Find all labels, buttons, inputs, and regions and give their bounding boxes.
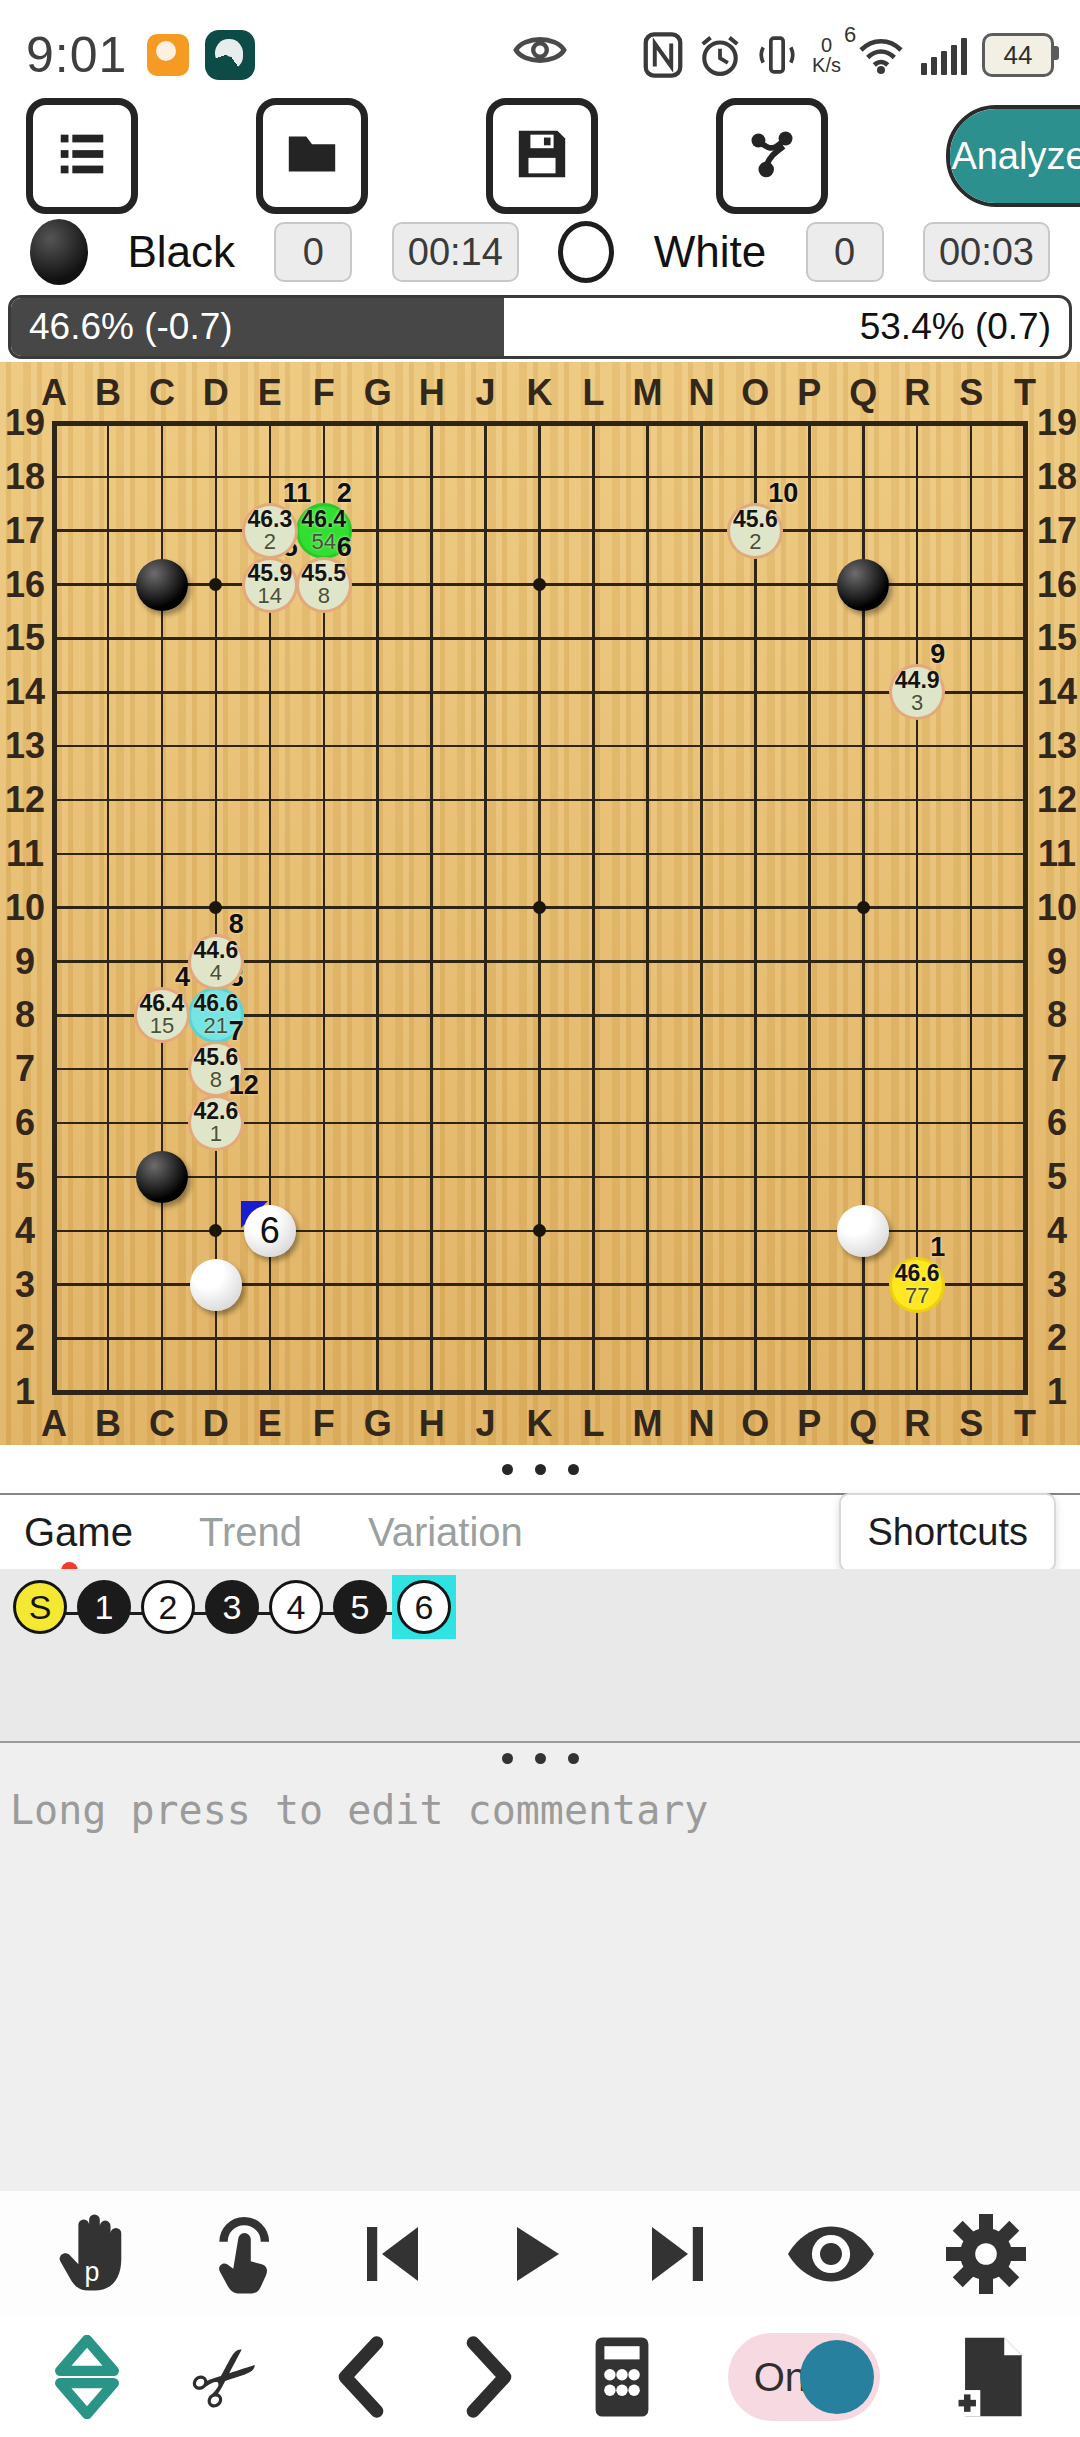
board-col-label: S — [959, 372, 983, 414]
board-row-label: 10 — [1037, 887, 1077, 929]
board-row-label: 17 — [5, 510, 45, 552]
board-col-label: E — [258, 372, 282, 414]
black-clock: 00:14 — [392, 222, 519, 282]
board-col-label: P — [797, 1403, 821, 1445]
signal-icon — [921, 35, 967, 75]
move-chip-1[interactable]: 1 — [72, 1575, 136, 1639]
next-move-button[interactable] — [461, 2335, 517, 2419]
move-chip-circle: S — [13, 1580, 67, 1634]
shortcuts-button[interactable]: Shortcuts — [839, 1493, 1056, 1572]
board-row-label: 2 — [15, 1317, 35, 1359]
ai-on-toggle[interactable]: On — [728, 2333, 880, 2421]
move-chip-circle: 2 — [141, 1580, 195, 1634]
board-row-label: 2 — [1047, 1317, 1067, 1359]
star-point — [533, 901, 546, 914]
handle-dot — [568, 1753, 579, 1764]
candidate-move-D9[interactable]: 44.648 — [188, 934, 244, 990]
black-captures: 0 — [274, 222, 352, 282]
skip-to-end-button[interactable] — [643, 2218, 715, 2290]
board-row-label: 6 — [1047, 1102, 1067, 1144]
board-col-label: P — [797, 372, 821, 414]
board-row-label: 14 — [5, 671, 45, 713]
move-chip-circle: 1 — [77, 1580, 131, 1634]
candidate-move-D6[interactable]: 42.6112 — [188, 1095, 244, 1151]
candidate-move-R3[interactable]: 46.6771 — [889, 1257, 945, 1313]
mode-analyze[interactable]: Analyze — [950, 109, 1080, 203]
grid-line — [52, 745, 1028, 748]
expand-collapse-button[interactable] — [54, 2335, 120, 2419]
board-row-label: 16 — [5, 564, 45, 606]
game-panel: S123456 Long press to edit commentary — [0, 1569, 1080, 2191]
pass-hand-button[interactable]: p — [54, 2210, 132, 2298]
board-col-label: C — [149, 1403, 175, 1445]
board-col-label: O — [741, 1403, 769, 1445]
white-stone-icon — [558, 221, 614, 283]
board-row-label: 5 — [15, 1156, 35, 1198]
board-row-label: 10 — [5, 887, 45, 929]
grid-line — [52, 421, 1028, 426]
svg-text:p: p — [85, 2257, 100, 2287]
grid-line — [52, 1390, 1028, 1395]
score-estimate-button[interactable] — [589, 2333, 655, 2421]
candidate-move-R14[interactable]: 44.939 — [889, 664, 945, 720]
board-col-label: K — [527, 372, 553, 414]
board-row-label: 13 — [5, 725, 45, 767]
network-speed: 0 K/s — [812, 35, 841, 75]
move-chip-3[interactable]: 3 — [200, 1575, 264, 1639]
white-clock: 00:03 — [923, 222, 1050, 282]
candidate-move-F16[interactable]: 45.586 — [296, 557, 352, 613]
tap-rotate-button[interactable] — [204, 2210, 282, 2298]
board-row-label: 18 — [5, 456, 45, 498]
board-row-label: 1 — [15, 1371, 35, 1413]
stone-black-C16[interactable] — [136, 559, 188, 611]
board-drag-handle[interactable] — [0, 1445, 1080, 1495]
tab-trend[interactable]: Trend — [199, 1510, 302, 1555]
move-chip-circle: 4 — [269, 1580, 323, 1634]
board-col-label: N — [688, 372, 714, 414]
notification-app-icon — [147, 34, 189, 76]
stone-white-D3[interactable] — [190, 1259, 242, 1311]
move-chip-row: S123456 — [8, 1575, 456, 1639]
board-col-label: H — [419, 1403, 445, 1445]
board-row-label: 12 — [5, 779, 45, 821]
edit-toolbar: ✂ On — [0, 2317, 1080, 2437]
stone-black-C5[interactable] — [136, 1151, 188, 1203]
move-chip-circle: 3 — [205, 1580, 259, 1634]
board-col-label: K — [527, 1403, 553, 1445]
move-chip-circle: 5 — [333, 1580, 387, 1634]
vibrate-icon — [757, 32, 797, 78]
board-row-label: 9 — [15, 941, 35, 983]
board-col-label: A — [41, 1403, 67, 1445]
board-col-label: B — [95, 372, 121, 414]
board-row-label: 9 — [1047, 941, 1067, 983]
commentary-drag-handle[interactable] — [0, 1753, 1080, 1764]
board-row-label: 16 — [1037, 564, 1077, 606]
go-board[interactable]: AABBCCDDEEFFGGHHJJKKLLMMNNOOPPQQRRSSTT19… — [0, 362, 1080, 1445]
board-row-label: 15 — [5, 617, 45, 659]
stone-white-E4[interactable]: 6 — [244, 1205, 296, 1257]
winrate-black: 46.6% (-0.7) — [11, 298, 504, 356]
skip-to-start-button[interactable] — [355, 2218, 427, 2290]
candidate-move-C8[interactable]: 46.4154 — [134, 987, 190, 1043]
save-button[interactable] — [486, 98, 598, 214]
alarm-icon — [698, 32, 742, 78]
board-col-label: J — [476, 372, 496, 414]
grid-line — [52, 637, 1028, 640]
commentary-placeholder[interactable]: Long press to edit commentary — [10, 1787, 708, 1833]
board-col-label: M — [632, 372, 662, 414]
board-row-label: 12 — [1037, 779, 1077, 821]
game-list-button[interactable] — [26, 98, 138, 214]
winrate-bar: 46.6% (-0.7) 53.4% (0.7) — [8, 295, 1072, 359]
handle-dot — [535, 1753, 546, 1764]
board-row-label: 17 — [1037, 510, 1077, 552]
toggle-knob — [800, 2340, 874, 2414]
board-row-label: 13 — [1037, 725, 1077, 767]
board-col-label: Q — [849, 372, 877, 414]
move-chip-2[interactable]: 2 — [136, 1575, 200, 1639]
wifi-icon: 6 — [856, 34, 906, 76]
grid-line — [52, 799, 1028, 802]
board-col-label: E — [258, 1403, 282, 1445]
board-col-label: L — [583, 372, 605, 414]
board-col-label: T — [1014, 1403, 1036, 1445]
white-player-name: White — [654, 227, 766, 277]
board-row-label: 3 — [15, 1264, 35, 1306]
board-col-label: F — [313, 372, 335, 414]
new-file-button[interactable] — [952, 2333, 1026, 2421]
handle-dot — [502, 1464, 513, 1475]
grid-line — [52, 1337, 1028, 1340]
star-point — [533, 578, 546, 591]
move-chip-5[interactable]: 5 — [328, 1575, 392, 1639]
board-col-label: J — [476, 1403, 496, 1445]
prev-move-button[interactable] — [333, 2335, 389, 2419]
tab-game[interactable]: Game — [24, 1510, 133, 1555]
go-app-icon — [205, 30, 255, 80]
scissors-button[interactable]: ✂ — [170, 2319, 284, 2436]
board-row-label: 8 — [15, 994, 35, 1036]
star-point — [857, 901, 870, 914]
black-stone-icon — [30, 219, 88, 285]
board-row-label: 1 — [1047, 1371, 1067, 1413]
board-row-label: 15 — [1037, 617, 1077, 659]
stone-white-Q4[interactable] — [837, 1205, 889, 1257]
stone-black-Q16[interactable] — [837, 559, 889, 611]
board-col-label: F — [313, 1403, 335, 1445]
move-chip-4[interactable]: 4 — [264, 1575, 328, 1639]
play-button[interactable] — [499, 2218, 571, 2290]
list-icon — [53, 125, 111, 187]
save-icon — [513, 125, 571, 187]
share-nodes-icon — [743, 125, 801, 187]
eye-toggle-button[interactable] — [788, 2223, 874, 2285]
panel-divider — [0, 1741, 1080, 1743]
board-col-label: N — [688, 1403, 714, 1445]
board-row-label: 5 — [1047, 1156, 1067, 1198]
board-col-label: B — [95, 1403, 121, 1445]
battery-icon: 44 — [982, 33, 1054, 77]
nfc-icon — [643, 32, 683, 78]
board-col-label: G — [364, 372, 392, 414]
board-col-label: R — [904, 372, 930, 414]
board-row-label: 18 — [1037, 456, 1077, 498]
settings-gear-button[interactable] — [946, 2214, 1026, 2294]
grid-line — [52, 476, 1028, 479]
top-toolbar: Analyze Play — [0, 100, 1080, 212]
board-col-label: Q — [849, 1403, 877, 1445]
board-col-label: D — [203, 372, 229, 414]
grid-line — [52, 529, 1028, 532]
star-point — [209, 1224, 222, 1237]
black-player-name: Black — [127, 227, 235, 277]
candidate-move-O17[interactable]: 45.6210 — [727, 503, 783, 559]
move-chip-S[interactable]: S — [8, 1575, 72, 1639]
star-point — [209, 578, 222, 591]
star-point — [209, 901, 222, 914]
panel-tabs: Game Trend Variation Shortcuts — [0, 1495, 1080, 1569]
board-row-label: 7 — [1047, 1048, 1067, 1090]
move-chip-6[interactable]: 6 — [392, 1575, 456, 1639]
move-chip-circle: 6 — [397, 1580, 451, 1634]
board-col-label: R — [904, 1403, 930, 1445]
playback-toolbar: p — [0, 2191, 1080, 2317]
players-row: Black 0 00:14 White 0 00:03 — [0, 212, 1080, 292]
variation-share-button[interactable] — [716, 98, 828, 214]
grid-line — [52, 853, 1028, 856]
board-row-label: 3 — [1047, 1264, 1067, 1306]
board-col-label: G — [364, 1403, 392, 1445]
star-point — [533, 1224, 546, 1237]
board-row-label: 6 — [15, 1102, 35, 1144]
board-row-label: 19 — [1037, 402, 1077, 444]
white-captures: 0 — [806, 222, 884, 282]
mode-toggle[interactable]: Analyze Play — [946, 105, 1080, 207]
status-bar: 9:01 0 K/s 6 44 — [0, 0, 1080, 100]
board-col-label: M — [632, 1403, 662, 1445]
board-col-label: D — [203, 1403, 229, 1445]
board-row-label: 11 — [1038, 833, 1076, 875]
clock-time: 9:01 — [26, 26, 127, 84]
open-file-button[interactable] — [256, 98, 368, 214]
winrate-section: 46.6% (-0.7) 53.4% (0.7) — [0, 292, 1080, 362]
handle-dot — [535, 1464, 546, 1475]
board-col-label: O — [741, 372, 769, 414]
board-col-label: H — [419, 372, 445, 414]
board-row-label: 4 — [1047, 1210, 1067, 1252]
grid-line — [52, 1176, 1028, 1179]
handle-dot — [502, 1753, 513, 1764]
board-row-label: 7 — [15, 1048, 35, 1090]
board-col-label: T — [1014, 372, 1036, 414]
board-row-label: 14 — [1037, 671, 1077, 713]
board-row-label: 8 — [1047, 994, 1067, 1036]
board-col-label: L — [583, 1403, 605, 1445]
tab-variation[interactable]: Variation — [368, 1510, 523, 1555]
folder-icon — [283, 125, 341, 187]
board-col-label: C — [149, 372, 175, 414]
candidate-move-E17[interactable]: 46.3211 — [242, 503, 298, 559]
winrate-white: 53.4% (0.7) — [504, 298, 1069, 356]
board-col-label: S — [959, 1403, 983, 1445]
board-row-label: 11 — [6, 833, 44, 875]
handle-dot — [568, 1464, 579, 1475]
board-row-label: 19 — [5, 402, 45, 444]
board-row-label: 4 — [15, 1210, 35, 1252]
